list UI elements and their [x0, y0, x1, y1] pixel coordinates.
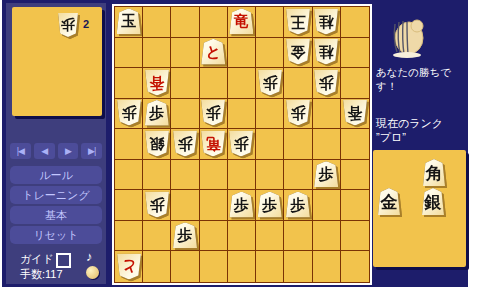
board-cell[interactable] [284, 68, 312, 99]
piece-face: 桂 [314, 39, 338, 65]
board-cell[interactable] [341, 7, 369, 38]
board-cell[interactable] [313, 129, 341, 160]
piece-face: 歩 [258, 69, 282, 95]
board-cell[interactable] [171, 68, 199, 99]
piece-gote-歩[interactable]: 歩 [258, 69, 282, 95]
board-cell[interactable] [115, 68, 143, 99]
board-cell[interactable] [256, 160, 284, 191]
nav-last-button[interactable]: ▶| [81, 143, 102, 159]
piece-face: 銀 [422, 188, 444, 215]
piece-gote-と[interactable]: と [117, 253, 141, 279]
piece-gote-歩[interactable]: 歩 [229, 130, 253, 156]
board-cell[interactable] [341, 68, 369, 99]
sidebar: 歩2 |◀◀▶▶| ルールトレーニング基本リセット ガイド ♪ 手数:117 [6, 3, 106, 284]
board-cell[interactable] [115, 160, 143, 191]
board-cell[interactable] [256, 221, 284, 252]
board-cell[interactable] [171, 251, 199, 282]
board-cell[interactable] [143, 221, 171, 252]
board-cell[interactable] [228, 38, 256, 69]
piece-face: 歩 [117, 100, 141, 126]
board-cell[interactable] [284, 160, 312, 191]
piece-face: 玉 [117, 8, 141, 34]
board-cell[interactable] [313, 221, 341, 252]
piece-sente-玉[interactable]: 玉 [117, 8, 141, 34]
board-cell[interactable]: 歩 [284, 190, 312, 221]
board-cell[interactable] [228, 160, 256, 191]
board-cell[interactable] [313, 190, 341, 221]
board-cell[interactable] [313, 99, 341, 130]
basic-button[interactable]: 基本 [10, 206, 102, 224]
board-cell[interactable] [143, 251, 171, 282]
rank-label: 現在のランク [376, 116, 443, 131]
move-counter: 手数:117 [20, 267, 63, 282]
board-cell[interactable] [200, 160, 228, 191]
piece-face: 桂 [314, 8, 338, 34]
board-cell[interactable] [115, 190, 143, 221]
music-note-icon[interactable]: ♪ [86, 249, 93, 264]
piece-face: 香 [343, 100, 367, 126]
piece-face: 王 [286, 8, 310, 34]
board-cell[interactable] [171, 99, 199, 130]
piece-gote-香[interactable]: 香 [343, 100, 367, 126]
board-cell[interactable] [256, 38, 284, 69]
board-cell[interactable]: 歩 [115, 99, 143, 130]
piece-face: 歩 [314, 69, 338, 95]
guide-label: ガイド [20, 252, 54, 267]
hand-piece-sente-金[interactable]: 金 [378, 188, 400, 215]
replay-nav: |◀◀▶▶| [10, 143, 102, 159]
board-cell[interactable] [171, 160, 199, 191]
piece-face: 香 [145, 69, 169, 95]
piece-face: 歩 [286, 192, 310, 218]
board-cell[interactable]: 歩 [313, 160, 341, 191]
shogi-board: 玉竜王桂と金桂香歩歩歩歩歩歩香銀歩竜歩歩歩歩歩歩歩と [114, 6, 370, 283]
board-cell[interactable]: と [115, 251, 143, 282]
piece-face: 歩 [173, 130, 197, 156]
hamster-icon [387, 14, 427, 58]
hand-piece-gote-歩[interactable]: 歩 [58, 13, 78, 37]
reset-button[interactable]: リセット [10, 226, 102, 244]
board-cell[interactable]: 金 [284, 38, 312, 69]
piece-face: と [201, 39, 225, 65]
board-cell[interactable]: 歩 [143, 99, 171, 130]
piece-sente-歩[interactable]: 歩 [173, 222, 197, 248]
piece-gote-歩[interactable]: 歩 [201, 100, 225, 126]
board-cell[interactable]: 王 [284, 7, 312, 38]
hamster-mini-icon[interactable] [86, 266, 99, 279]
board-cell[interactable]: 玉 [115, 7, 143, 38]
piece-gote-竜[interactable]: 竜 [201, 130, 225, 156]
board-cell[interactable]: 歩 [171, 129, 199, 160]
board-cell[interactable] [341, 190, 369, 221]
piece-face: 竜 [201, 130, 225, 156]
board-cell[interactable] [228, 221, 256, 252]
board-cell[interactable] [341, 160, 369, 191]
board-cell[interactable] [171, 190, 199, 221]
board-cell[interactable] [143, 7, 171, 38]
board-cell[interactable] [115, 129, 143, 160]
board-cell[interactable]: 桂 [313, 38, 341, 69]
piece-gote-歩[interactable]: 歩 [145, 192, 169, 218]
piece-gote-銀[interactable]: 銀 [145, 130, 169, 156]
board-cell[interactable] [228, 99, 256, 130]
piece-face: 金 [286, 39, 310, 65]
hand-piece-sente-銀[interactable]: 銀 [422, 188, 444, 215]
piece-gote-歩[interactable]: 歩 [117, 100, 141, 126]
piece-sente-歩[interactable]: 歩 [314, 161, 338, 187]
board-cell[interactable] [228, 251, 256, 282]
board-cell[interactable] [200, 221, 228, 252]
board-frame: 玉竜王桂と金桂香歩歩歩歩歩歩香銀歩竜歩歩歩歩歩歩歩と [112, 4, 372, 285]
board-cell[interactable] [341, 251, 369, 282]
board-cell[interactable] [200, 190, 228, 221]
board-cell[interactable] [256, 129, 284, 160]
rank-value: ”プロ” [376, 130, 406, 145]
board-cell[interactable] [171, 7, 199, 38]
nav-next-button[interactable]: ▶ [58, 143, 79, 159]
board-cell[interactable] [341, 221, 369, 252]
piece-face: 歩 [229, 130, 253, 156]
guide-checkbox[interactable] [56, 253, 71, 268]
board-cell[interactable]: 歩 [284, 99, 312, 130]
board-cell[interactable]: 桂 [313, 7, 341, 38]
board-cell[interactable]: 竜 [200, 129, 228, 160]
piece-sente-と[interactable]: と [201, 39, 225, 65]
board-cell[interactable] [143, 160, 171, 191]
result-message: あなたの勝ちです！ [376, 66, 470, 94]
board-cell[interactable]: 歩 [200, 99, 228, 130]
board-cell[interactable] [200, 68, 228, 99]
piece-face: 角 [423, 159, 445, 186]
board-cell[interactable] [228, 68, 256, 99]
piece-gote-桂[interactable]: 桂 [314, 39, 338, 65]
board-cell[interactable] [115, 221, 143, 252]
piece-gote-歩[interactable]: 歩 [286, 100, 310, 126]
board-cell[interactable] [256, 251, 284, 282]
hand-piece-sente-角[interactable]: 角 [423, 159, 445, 186]
hand-piece-count: 2 [83, 18, 89, 30]
piece-face: 歩 [286, 100, 310, 126]
piece-gote-金[interactable]: 金 [286, 39, 310, 65]
board-cell[interactable] [115, 38, 143, 69]
app-window: 歩2 |◀◀▶▶| ルールトレーニング基本リセット ガイド ♪ 手数:117 玉… [2, 0, 468, 287]
board-cell[interactable]: 歩 [228, 129, 256, 160]
piece-gote-桂[interactable]: 桂 [314, 8, 338, 34]
board-cell[interactable] [284, 251, 312, 282]
piece-face: 歩 [145, 100, 169, 126]
board-cell[interactable]: 歩 [313, 68, 341, 99]
piece-sente-歩[interactable]: 歩 [229, 192, 253, 218]
board-cell[interactable]: 歩 [256, 68, 284, 99]
piece-sente-歩[interactable]: 歩 [145, 100, 169, 126]
board-cell[interactable]: 歩 [256, 190, 284, 221]
nav-prev-button[interactable]: ◀ [34, 143, 55, 159]
piece-face: 歩 [314, 161, 338, 187]
gote-hand-tray: 歩2 [12, 7, 102, 116]
piece-face: 歩 [145, 192, 169, 218]
piece-gote-歩[interactable]: 歩 [173, 130, 197, 156]
piece-face: 歩 [173, 222, 197, 248]
board-cell[interactable] [284, 129, 312, 160]
piece-sente-歩[interactable]: 歩 [286, 192, 310, 218]
board-cell[interactable] [256, 99, 284, 130]
sente-hand-tray: 角金銀 [373, 150, 466, 267]
piece-sente-歩[interactable]: 歩 [258, 192, 282, 218]
board-cell[interactable]: 歩 [143, 190, 171, 221]
training-button[interactable]: トレーニング [10, 186, 102, 204]
board-cell[interactable] [256, 7, 284, 38]
board-cell[interactable]: と [200, 38, 228, 69]
board-cell[interactable] [143, 38, 171, 69]
piece-face: 竜 [229, 8, 253, 34]
piece-gote-歩[interactable]: 歩 [314, 69, 338, 95]
board-cell[interactable]: 歩 [228, 190, 256, 221]
board-cell[interactable]: 竜 [228, 7, 256, 38]
piece-face: 歩 [258, 192, 282, 218]
board-cell[interactable]: 香 [341, 99, 369, 130]
board-cell[interactable] [200, 7, 228, 38]
board-cell[interactable]: 銀 [143, 129, 171, 160]
info-panel: あなたの勝ちです！ 現在のランク ”プロ” 角金銀 [373, 0, 470, 286]
piece-face: 歩 [58, 13, 78, 37]
piece-gote-王[interactable]: 王 [286, 8, 310, 34]
piece-face: と [117, 253, 141, 279]
board-cell[interactable] [284, 221, 312, 252]
board-cell[interactable] [341, 38, 369, 69]
board-cell[interactable] [200, 251, 228, 282]
piece-face: 歩 [229, 192, 253, 218]
piece-sente-竜[interactable]: 竜 [229, 8, 253, 34]
board-cell[interactable] [313, 251, 341, 282]
piece-gote-香[interactable]: 香 [145, 69, 169, 95]
board-cell[interactable]: 香 [143, 68, 171, 99]
nav-first-button[interactable]: |◀ [10, 143, 31, 159]
board-cell[interactable] [341, 129, 369, 160]
board-cell[interactable]: 歩 [171, 221, 199, 252]
piece-face: 歩 [201, 100, 225, 126]
board-cell[interactable] [171, 38, 199, 69]
piece-face: 銀 [145, 130, 169, 156]
rules-button[interactable]: ルール [10, 166, 102, 184]
piece-face: 金 [378, 188, 400, 215]
